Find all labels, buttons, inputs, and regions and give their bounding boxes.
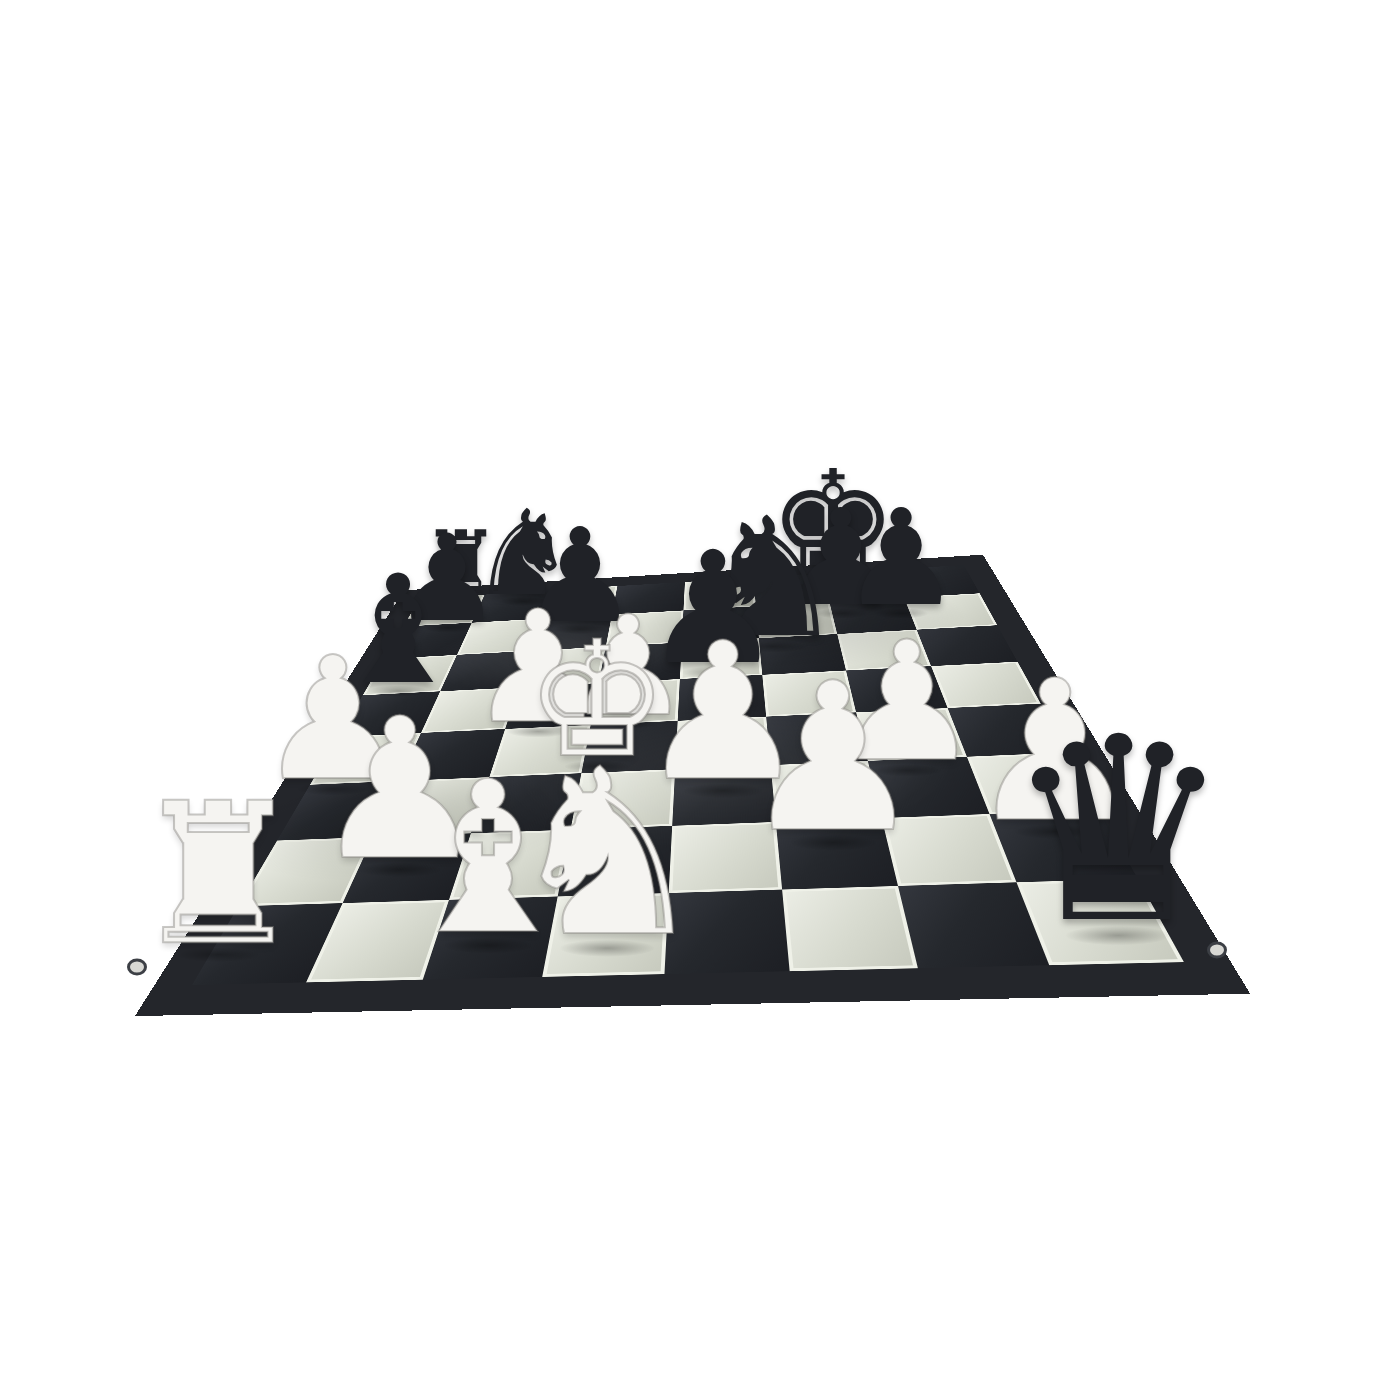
square-f2 [776,818,898,890]
square-d6 [599,643,682,684]
square-f7 [756,602,837,638]
square-e3 [672,765,776,826]
square-e5 [678,675,766,721]
square-g8 [823,569,904,602]
square-d3 [571,769,676,829]
square-d7 [606,610,684,646]
square-d2 [558,826,673,897]
square-d8 [612,582,685,615]
square-e8 [683,578,756,611]
square-e4 [675,717,770,770]
square-c6 [519,647,606,688]
square-f5 [762,670,856,716]
square-g7 [829,598,916,634]
right-corner-grommet [1207,942,1227,959]
square-f3 [771,761,882,822]
square-d4 [581,721,677,773]
square-g5 [846,666,948,712]
square-d1 [542,893,668,977]
square-h4 [948,704,1068,757]
chess-mat [192,565,1184,985]
square-g6 [837,630,931,671]
square-c8 [541,586,617,619]
square-e1 [664,890,789,975]
giant-chess-set-photo: ♚♞♜♟♟♟♟♞♟♝♟♟♚♟♟♟♟♟♟♛♝♞♜ [0,0,1400,1400]
square-c5 [505,683,599,729]
square-h2 [989,810,1137,882]
square-c4 [489,725,590,777]
square-e2 [669,822,782,893]
left-corner-grommet [127,958,147,975]
square-e7 [682,606,759,642]
square-f8 [753,574,829,607]
square-h5 [931,662,1041,708]
square-e6 [680,638,762,679]
square-h8 [893,565,980,598]
square-c3 [471,773,582,833]
square-h3 [967,752,1100,814]
square-f4 [766,712,868,765]
square-f1 [782,886,918,971]
square-d5 [591,679,680,725]
square-h7 [904,593,997,629]
square-h6 [917,625,1018,666]
square-f6 [759,634,846,675]
square-c7 [531,615,612,651]
